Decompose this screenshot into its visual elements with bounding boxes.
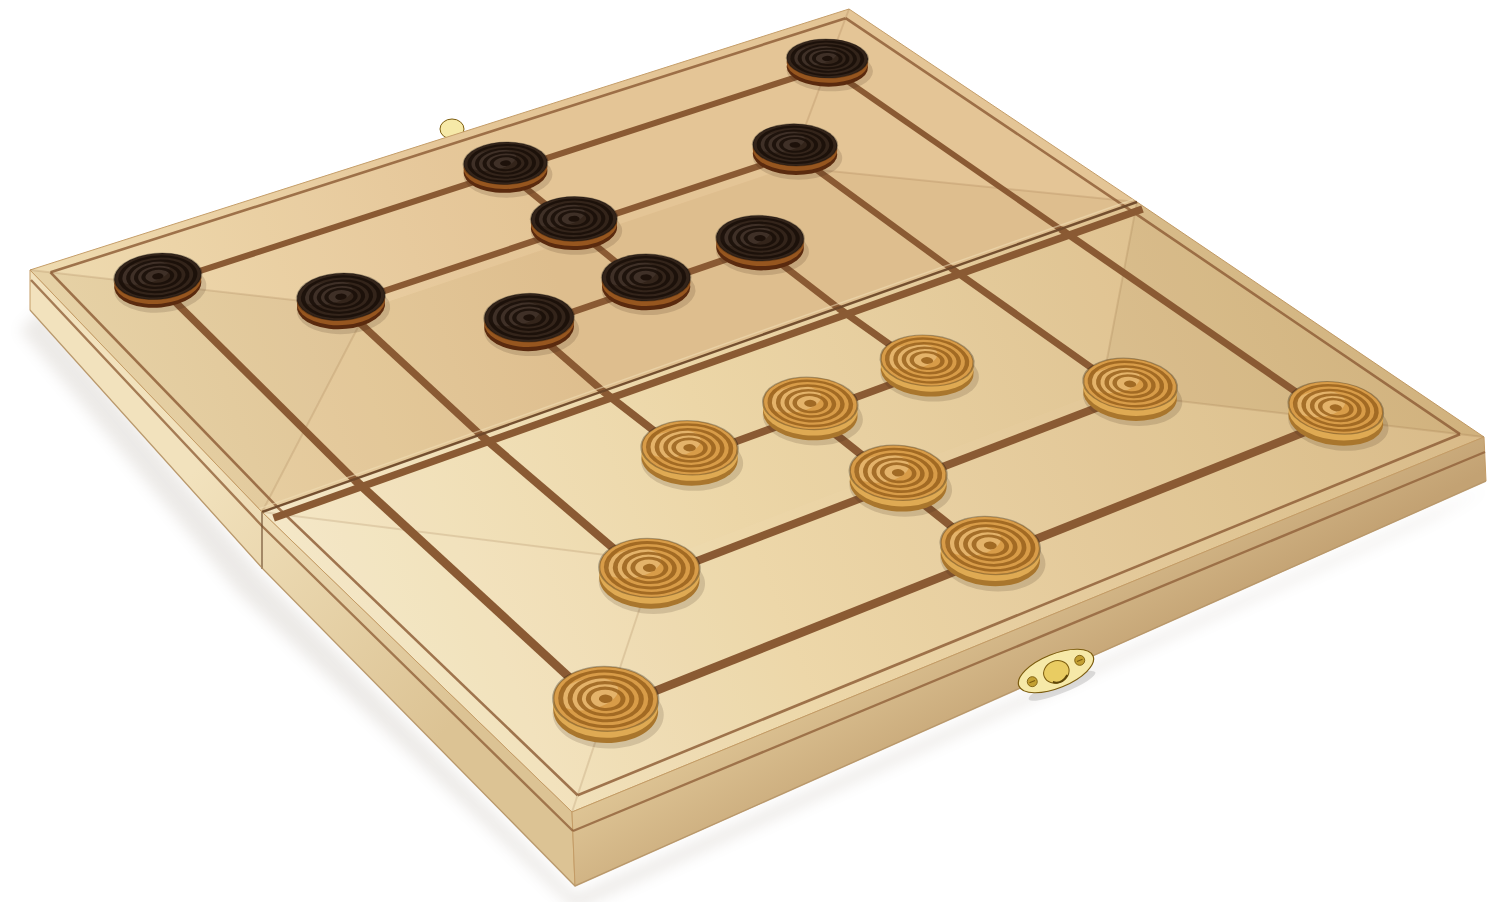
point-d7[interactable]: ●	[660, 55, 830, 149]
point-c4[interactable]	[490, 338, 660, 432]
point-d5[interactable]: ●	[660, 244, 830, 338]
piece-glyph-c3: ○	[563, 465, 587, 493]
point-d1[interactable]: ○	[660, 621, 830, 715]
point-c5[interactable]: ●	[490, 244, 660, 338]
point-f6[interactable]: ●	[1000, 149, 1170, 243]
piece-glyph-d5: ●	[733, 277, 757, 305]
point-g4[interactable]	[1170, 338, 1340, 432]
point-e5[interactable]: ●	[830, 244, 1000, 338]
product-photo-scene: ●●●●●●●●●○○○○○○○○○	[0, 0, 1500, 902]
piece-glyph-d3: ○	[733, 465, 757, 493]
piece-glyph-a1: ○	[223, 654, 247, 682]
point-b2[interactable]: ○	[320, 526, 490, 620]
piece-glyph-d2: ○	[733, 560, 757, 588]
point-b4[interactable]	[320, 338, 490, 432]
piece-glyph-g1: ○	[1243, 654, 1267, 682]
piece-glyph-g7: ●	[1243, 88, 1267, 116]
point-e3[interactable]: ○	[830, 432, 1000, 526]
point-f4[interactable]	[1000, 338, 1170, 432]
point-d6[interactable]: ●	[660, 149, 830, 243]
point-e4[interactable]	[830, 338, 1000, 432]
point-g1[interactable]: ○	[1170, 621, 1340, 715]
piece-glyph-e5: ●	[903, 277, 927, 305]
point-c3[interactable]: ○	[490, 432, 660, 526]
point-f2[interactable]: ○	[1000, 526, 1170, 620]
piece-glyph-d6: ●	[733, 182, 757, 210]
point-d3[interactable]: ○	[660, 432, 830, 526]
point-a4[interactable]	[150, 338, 320, 432]
piece-glyph-b2: ○	[393, 560, 417, 588]
point-a7[interactable]: ●	[150, 55, 320, 149]
piece-glyph-d1: ○	[733, 654, 757, 682]
point-g7[interactable]: ●	[1170, 55, 1340, 149]
piece-glyph-b6: ●	[393, 182, 417, 210]
piece-glyph-d7: ●	[733, 88, 757, 116]
piece-glyph-e3: ○	[903, 465, 927, 493]
point-d2[interactable]: ○	[660, 526, 830, 620]
piece-glyph-f6: ●	[1073, 182, 1097, 210]
piece-glyph-f2: ○	[1073, 560, 1097, 588]
point-b6[interactable]: ●	[320, 149, 490, 243]
piece-glyph-a7: ●	[223, 88, 247, 116]
piece-glyph-c5: ●	[563, 277, 587, 305]
point-a1[interactable]: ○	[150, 621, 320, 715]
